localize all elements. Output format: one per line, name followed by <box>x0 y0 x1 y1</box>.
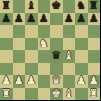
square-f3[interactable] <box>63 63 76 76</box>
square-g6[interactable] <box>75 25 88 38</box>
square-f4[interactable]: ♝ <box>63 50 76 63</box>
square-e4[interactable]: ♛ <box>50 50 63 63</box>
square-e7[interactable] <box>50 13 63 26</box>
square-e8[interactable]: ♚ <box>50 0 63 13</box>
piece-black-pawn-b7[interactable]: ♟ <box>14 12 24 25</box>
square-d1[interactable] <box>38 88 51 101</box>
square-a6[interactable] <box>0 25 13 38</box>
piece-black-queen-e4[interactable]: ♛ <box>51 50 61 63</box>
piece-white-pawn-g2[interactable]: ♟ <box>76 75 86 88</box>
square-h1[interactable]: ♜ <box>88 88 101 101</box>
square-g7[interactable]: ♟ <box>75 13 88 26</box>
square-c6[interactable] <box>25 25 38 38</box>
piece-black-king-e8[interactable]: ♚ <box>51 0 61 12</box>
square-g2[interactable]: ♟ <box>75 75 88 88</box>
square-g4[interactable] <box>75 50 88 63</box>
square-c5[interactable] <box>25 38 38 51</box>
square-h6[interactable] <box>88 25 101 38</box>
square-h5[interactable] <box>88 38 101 51</box>
piece-black-pawn-g7[interactable]: ♟ <box>76 12 86 25</box>
piece-white-pawn-b2[interactable]: ♟ <box>14 75 24 88</box>
piece-black-pawn-d7[interactable]: ♟ <box>39 12 49 25</box>
square-f7[interactable]: ♟ <box>63 13 76 26</box>
square-d5[interactable]: ♞ <box>38 38 51 51</box>
square-b2[interactable]: ♟ <box>13 75 26 88</box>
square-e6[interactable] <box>50 25 63 38</box>
square-a1[interactable]: ♜ <box>0 88 13 101</box>
square-d2[interactable] <box>38 75 51 88</box>
square-g5[interactable] <box>75 38 88 51</box>
piece-white-pawn-c2[interactable]: ♟ <box>26 75 36 88</box>
square-c4[interactable] <box>25 50 38 63</box>
piece-white-rook-h1[interactable]: ♜ <box>89 87 99 100</box>
square-c7[interactable]: ♟ <box>25 13 38 26</box>
square-a4[interactable] <box>0 50 13 63</box>
square-h7[interactable]: ♟ <box>88 13 101 26</box>
square-a5[interactable] <box>0 38 13 51</box>
square-b5[interactable] <box>13 38 26 51</box>
square-c2[interactable]: ♟ <box>25 75 38 88</box>
square-e1[interactable]: ♚ <box>50 88 63 101</box>
square-c1[interactable] <box>25 88 38 101</box>
square-d4[interactable] <box>38 50 51 63</box>
piece-black-pawn-c7[interactable]: ♟ <box>26 12 36 25</box>
chess-board: ♜♝♚♞♜♟♟♟♟♟♟♟♞♛♝♟♟♟♛♟♟♜♚♝♜ <box>0 0 100 100</box>
square-b4[interactable] <box>13 50 26 63</box>
square-a7[interactable]: ♟ <box>0 13 13 26</box>
square-d3[interactable] <box>38 63 51 76</box>
square-g1[interactable] <box>75 88 88 101</box>
square-b6[interactable] <box>13 25 26 38</box>
piece-white-king-e1[interactable]: ♚ <box>51 87 61 100</box>
square-f6[interactable] <box>63 25 76 38</box>
piece-black-pawn-f7[interactable]: ♟ <box>64 12 74 25</box>
square-b7[interactable]: ♟ <box>13 13 26 26</box>
square-b1[interactable] <box>13 88 26 101</box>
piece-white-rook-a1[interactable]: ♜ <box>1 87 11 100</box>
piece-white-knight-d5[interactable]: ♞ <box>39 37 49 50</box>
square-h4[interactable] <box>88 50 101 63</box>
piece-black-pawn-h7[interactable]: ♟ <box>89 12 99 25</box>
piece-white-bishop-f4[interactable]: ♝ <box>64 50 74 63</box>
piece-white-bishop-f1[interactable]: ♝ <box>64 87 74 100</box>
piece-black-pawn-a7[interactable]: ♟ <box>1 12 11 25</box>
square-f1[interactable]: ♝ <box>63 88 76 101</box>
square-d7[interactable]: ♟ <box>38 13 51 26</box>
